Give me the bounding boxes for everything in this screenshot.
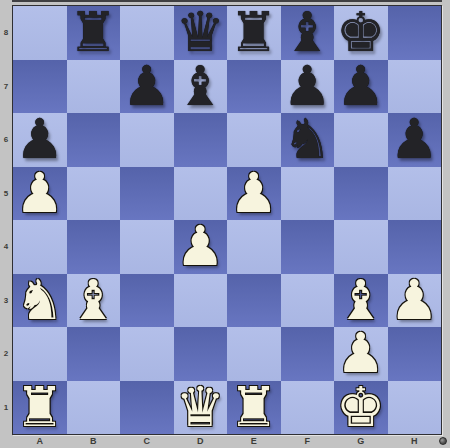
square-a6[interactable]: ♟ xyxy=(13,113,67,167)
piece-black-rook[interactable]: ♜ xyxy=(67,6,121,60)
square-e8[interactable]: ♜ xyxy=(227,6,281,60)
square-g1[interactable]: ♚ xyxy=(334,381,388,435)
square-d2[interactable] xyxy=(174,327,228,381)
square-b1[interactable] xyxy=(67,381,121,435)
square-c7[interactable]: ♟ xyxy=(120,60,174,114)
piece-black-king[interactable]: ♚ xyxy=(334,6,388,60)
square-h6[interactable]: ♟ xyxy=(388,113,442,167)
square-e6[interactable] xyxy=(227,113,281,167)
file-label-a: A xyxy=(13,434,67,448)
square-f4[interactable] xyxy=(281,220,335,274)
piece-white-pawn[interactable]: ♟ xyxy=(227,167,281,221)
square-g8[interactable]: ♚ xyxy=(334,6,388,60)
square-b2[interactable] xyxy=(67,327,121,381)
piece-white-bishop[interactable]: ♝ xyxy=(334,274,388,328)
square-h4[interactable] xyxy=(388,220,442,274)
square-f1[interactable] xyxy=(281,381,335,435)
file-label-b: B xyxy=(67,434,121,448)
square-h8[interactable] xyxy=(388,6,442,60)
square-b7[interactable] xyxy=(67,60,121,114)
square-a3[interactable]: ♞ xyxy=(13,274,67,328)
piece-black-rook[interactable]: ♜ xyxy=(227,6,281,60)
square-d4[interactable]: ♟ xyxy=(174,220,228,274)
chess-board-panel: 87654321 ♜♛♜♝♚♟♝♟♟♟♞♟♟♟♟♞♝♝♟♟♜♛♜♚ ABCDEF… xyxy=(0,0,450,448)
rank-label-8: 8 xyxy=(0,6,12,60)
square-e3[interactable] xyxy=(227,274,281,328)
square-g4[interactable] xyxy=(334,220,388,274)
rank-label-4: 4 xyxy=(0,220,12,274)
file-label-d: D xyxy=(174,434,228,448)
square-a4[interactable] xyxy=(13,220,67,274)
piece-black-pawn[interactable]: ♟ xyxy=(13,113,67,167)
rank-label-7: 7 xyxy=(0,60,12,114)
piece-black-knight[interactable]: ♞ xyxy=(281,113,335,167)
piece-black-bishop[interactable]: ♝ xyxy=(281,6,335,60)
piece-white-knight[interactable]: ♞ xyxy=(13,274,67,328)
piece-black-pawn[interactable]: ♟ xyxy=(120,60,174,114)
square-a1[interactable]: ♜ xyxy=(13,381,67,435)
square-g5[interactable] xyxy=(334,167,388,221)
piece-white-pawn[interactable]: ♟ xyxy=(388,274,442,328)
square-e5[interactable]: ♟ xyxy=(227,167,281,221)
square-g6[interactable] xyxy=(334,113,388,167)
square-g7[interactable]: ♟ xyxy=(334,60,388,114)
piece-black-queen[interactable]: ♛ xyxy=(174,6,228,60)
rank-label-3: 3 xyxy=(0,274,12,328)
square-c6[interactable] xyxy=(120,113,174,167)
rank-labels: 87654321 xyxy=(0,6,12,434)
file-label-c: C xyxy=(120,434,174,448)
square-a7[interactable] xyxy=(13,60,67,114)
square-c3[interactable] xyxy=(120,274,174,328)
square-d5[interactable] xyxy=(174,167,228,221)
square-a5[interactable]: ♟ xyxy=(13,167,67,221)
piece-black-pawn[interactable]: ♟ xyxy=(334,60,388,114)
piece-white-pawn[interactable]: ♟ xyxy=(174,220,228,274)
rank-label-6: 6 xyxy=(0,113,12,167)
file-label-h: H xyxy=(388,434,442,448)
square-h1[interactable] xyxy=(388,381,442,435)
square-b3[interactable]: ♝ xyxy=(67,274,121,328)
square-c5[interactable] xyxy=(120,167,174,221)
piece-black-pawn[interactable]: ♟ xyxy=(388,113,442,167)
piece-white-king[interactable]: ♚ xyxy=(334,381,388,435)
square-h2[interactable] xyxy=(388,327,442,381)
square-e4[interactable] xyxy=(227,220,281,274)
piece-black-bishop[interactable]: ♝ xyxy=(174,60,228,114)
square-g2[interactable]: ♟ xyxy=(334,327,388,381)
square-b8[interactable]: ♜ xyxy=(67,6,121,60)
square-c4[interactable] xyxy=(120,220,174,274)
square-h7[interactable] xyxy=(388,60,442,114)
piece-white-rook[interactable]: ♜ xyxy=(13,381,67,435)
square-h3[interactable]: ♟ xyxy=(388,274,442,328)
square-b4[interactable] xyxy=(67,220,121,274)
rank-label-5: 5 xyxy=(0,167,12,221)
square-c2[interactable] xyxy=(120,327,174,381)
rank-label-2: 2 xyxy=(0,327,12,381)
square-g3[interactable]: ♝ xyxy=(334,274,388,328)
board-grid: ♜♛♜♝♚♟♝♟♟♟♞♟♟♟♟♞♝♝♟♟♜♛♜♚ xyxy=(12,5,442,435)
piece-black-pawn[interactable]: ♟ xyxy=(281,60,335,114)
square-f6[interactable]: ♞ xyxy=(281,113,335,167)
square-d6[interactable] xyxy=(174,113,228,167)
square-f3[interactable] xyxy=(281,274,335,328)
side-to-move-indicator xyxy=(439,437,447,445)
piece-white-pawn[interactable]: ♟ xyxy=(13,167,67,221)
file-label-f: F xyxy=(281,434,335,448)
rank-label-1: 1 xyxy=(0,381,12,435)
square-d7[interactable]: ♝ xyxy=(174,60,228,114)
piece-white-queen[interactable]: ♛ xyxy=(174,381,228,435)
piece-white-bishop[interactable]: ♝ xyxy=(67,274,121,328)
square-f7[interactable]: ♟ xyxy=(281,60,335,114)
square-c8[interactable] xyxy=(120,6,174,60)
square-a2[interactable] xyxy=(13,327,67,381)
square-e1[interactable]: ♜ xyxy=(227,381,281,435)
file-label-g: G xyxy=(334,434,388,448)
piece-white-pawn[interactable]: ♟ xyxy=(334,327,388,381)
square-f2[interactable] xyxy=(281,327,335,381)
square-d1[interactable]: ♛ xyxy=(174,381,228,435)
square-a8[interactable] xyxy=(13,6,67,60)
square-b6[interactable] xyxy=(67,113,121,167)
piece-white-rook[interactable]: ♜ xyxy=(227,381,281,435)
square-b5[interactable] xyxy=(67,167,121,221)
square-e2[interactable] xyxy=(227,327,281,381)
square-d3[interactable] xyxy=(174,274,228,328)
file-labels: ABCDEFGH xyxy=(13,434,441,448)
square-h5[interactable] xyxy=(388,167,442,221)
square-e7[interactable] xyxy=(227,60,281,114)
file-label-e: E xyxy=(227,434,281,448)
square-c1[interactable] xyxy=(120,381,174,435)
square-f8[interactable]: ♝ xyxy=(281,6,335,60)
square-f5[interactable] xyxy=(281,167,335,221)
square-d8[interactable]: ♛ xyxy=(174,6,228,60)
